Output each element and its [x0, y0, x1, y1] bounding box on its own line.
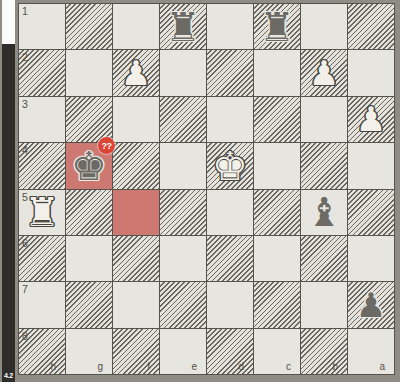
square-h6[interactable]: 6	[19, 236, 65, 281]
black-bishop[interactable]: ♝	[306, 192, 342, 232]
eval-bar: 4.2	[2, 0, 15, 382]
rank-label-1: 1	[22, 5, 28, 17]
white-pawn[interactable]: ♟	[356, 102, 386, 136]
square-c6[interactable]	[254, 236, 300, 281]
square-d6[interactable]	[207, 236, 253, 281]
square-b2[interactable]: ♟	[301, 50, 347, 95]
square-b1[interactable]	[301, 4, 347, 49]
blunder-icon: ??	[98, 137, 115, 154]
square-f5[interactable]	[113, 190, 159, 235]
square-e6[interactable]	[160, 236, 206, 281]
square-e7[interactable]	[160, 282, 206, 327]
white-pawn[interactable]: ♟	[121, 56, 151, 90]
square-e5[interactable]	[160, 190, 206, 235]
file-label-d: d	[238, 361, 244, 372]
square-c5[interactable]	[254, 190, 300, 235]
rank-label-6: 6	[22, 237, 28, 249]
square-h1[interactable]: 1	[19, 4, 65, 49]
square-e8[interactable]: e	[160, 329, 206, 374]
square-a3[interactable]: ♟	[348, 97, 394, 142]
square-a1[interactable]	[348, 4, 394, 49]
square-h2[interactable]: 2	[19, 50, 65, 95]
square-d2[interactable]	[207, 50, 253, 95]
square-a8[interactable]: a	[348, 329, 394, 374]
black-pawn[interactable]: ♟	[356, 288, 386, 322]
square-b8[interactable]: b	[301, 329, 347, 374]
square-f7[interactable]	[113, 282, 159, 327]
white-pawn[interactable]: ♟	[309, 56, 339, 90]
file-label-a: a	[379, 361, 385, 372]
square-d8[interactable]: d	[207, 329, 253, 374]
square-g1[interactable]	[66, 4, 112, 49]
square-h8[interactable]: 8h	[19, 329, 65, 374]
rank-label-2: 2	[22, 51, 28, 63]
file-label-e: e	[191, 361, 197, 372]
square-b4[interactable]	[301, 143, 347, 188]
square-c4[interactable]	[254, 143, 300, 188]
square-b6[interactable]	[301, 236, 347, 281]
square-g6[interactable]	[66, 236, 112, 281]
file-label-f: f	[147, 361, 150, 372]
square-h5[interactable]: 5♜	[19, 190, 65, 235]
square-c1[interactable]: ♜	[254, 4, 300, 49]
square-h7[interactable]: 7	[19, 282, 65, 327]
file-label-b: b	[332, 361, 338, 372]
chess-board: 1♜♜2♟♟3♟4♚??♚5♜♝67♟8hgfedcba	[18, 3, 395, 375]
square-a4[interactable]	[348, 143, 394, 188]
square-a5[interactable]	[348, 190, 394, 235]
file-label-c: c	[286, 361, 291, 372]
square-f3[interactable]	[113, 97, 159, 142]
square-g8[interactable]: g	[66, 329, 112, 374]
square-h4[interactable]: 4	[19, 143, 65, 188]
rank-label-7: 7	[22, 283, 28, 295]
square-e4[interactable]	[160, 143, 206, 188]
square-g4[interactable]: ♚??	[66, 143, 112, 188]
square-g3[interactable]	[66, 97, 112, 142]
square-e3[interactable]	[160, 97, 206, 142]
black-rook[interactable]: ♜	[165, 7, 201, 47]
square-a2[interactable]	[348, 50, 394, 95]
square-h3[interactable]: 3	[19, 97, 65, 142]
square-b5[interactable]: ♝	[301, 190, 347, 235]
square-d3[interactable]	[207, 97, 253, 142]
square-e2[interactable]	[160, 50, 206, 95]
square-b7[interactable]	[301, 282, 347, 327]
black-rook[interactable]: ♜	[259, 7, 295, 47]
square-f8[interactable]: f	[113, 329, 159, 374]
square-g2[interactable]	[66, 50, 112, 95]
eval-value: 4.2	[2, 372, 15, 379]
eval-bar-white-segment	[2, 0, 15, 44]
square-d5[interactable]	[207, 190, 253, 235]
square-d1[interactable]	[207, 4, 253, 49]
square-g5[interactable]	[66, 190, 112, 235]
square-f2[interactable]: ♟	[113, 50, 159, 95]
file-label-h: h	[50, 361, 56, 372]
square-e1[interactable]: ♜	[160, 4, 206, 49]
square-c3[interactable]	[254, 97, 300, 142]
rank-label-8: 8	[22, 330, 28, 342]
white-king[interactable]: ♚	[212, 146, 248, 186]
rank-label-3: 3	[22, 98, 28, 110]
square-f1[interactable]	[113, 4, 159, 49]
rank-label-4: 4	[22, 144, 28, 156]
square-a6[interactable]	[348, 236, 394, 281]
square-b3[interactable]	[301, 97, 347, 142]
square-d7[interactable]	[207, 282, 253, 327]
square-d4[interactable]: ♚	[207, 143, 253, 188]
square-f4[interactable]	[113, 143, 159, 188]
square-a7[interactable]: ♟	[348, 282, 394, 327]
square-c8[interactable]: c	[254, 329, 300, 374]
square-c2[interactable]	[254, 50, 300, 95]
square-c7[interactable]	[254, 282, 300, 327]
white-rook[interactable]: ♜	[24, 192, 60, 232]
file-label-g: g	[97, 361, 103, 372]
square-f6[interactable]	[113, 236, 159, 281]
square-g7[interactable]	[66, 282, 112, 327]
